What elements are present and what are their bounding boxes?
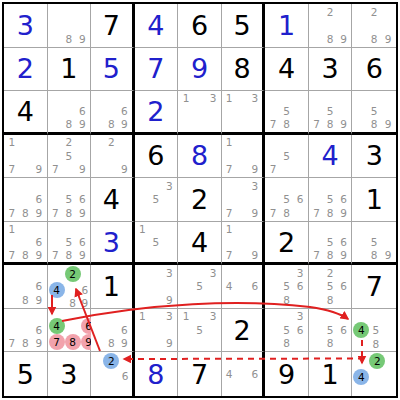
candidate-grid: 379 xyxy=(223,179,262,220)
candidate-3: 3 xyxy=(163,266,177,280)
candidate-7-pink-circle: 7 xyxy=(49,334,65,350)
cell-r8c1[interactable]: 6789 xyxy=(4,309,48,353)
cell-r8c9[interactable]: 458 xyxy=(352,309,396,353)
candidate-6: 6 xyxy=(337,280,351,294)
cell-r9c3[interactable]: 26 xyxy=(91,352,135,396)
candidate-4: 4 xyxy=(223,367,236,381)
candidate-8: 8 xyxy=(323,206,337,220)
candidate-grid: 289 xyxy=(353,5,395,46)
candidate-8: 8 xyxy=(323,118,337,131)
candidate-7: 7 xyxy=(223,206,236,220)
cell-r8c5[interactable]: 135 xyxy=(178,309,222,353)
given-digit: 2 xyxy=(191,186,208,213)
solved-digit: 1 xyxy=(278,12,295,39)
cell-r7c2[interactable]: 24689 xyxy=(48,265,92,309)
cell-r5c9[interactable]: 1 xyxy=(352,178,396,222)
cell-r4c6[interactable]: 179 xyxy=(222,135,266,179)
candidate-grid: 179 xyxy=(223,136,262,177)
given-digit: 2 xyxy=(278,229,295,256)
cell-r9c2[interactable]: 3 xyxy=(48,352,92,396)
candidate-9: 9 xyxy=(76,32,90,46)
given-digit: 7 xyxy=(103,12,120,39)
candidate-7: 7 xyxy=(266,118,280,131)
cell-r3c6[interactable]: 13 xyxy=(222,91,266,135)
candidate-5: 5 xyxy=(323,193,337,207)
candidate-grid: 589 xyxy=(353,223,395,262)
cell-r1c7[interactable]: 1 xyxy=(265,4,309,48)
candidate-6: 6 xyxy=(337,193,351,207)
candidate-5: 5 xyxy=(369,322,382,338)
given-digit: 9 xyxy=(278,361,295,388)
cell-r3c7[interactable]: 578 xyxy=(265,91,309,135)
cell-r7c5[interactable]: 35 xyxy=(178,265,222,309)
candidate-grid: 458 xyxy=(353,310,395,351)
cell-r2c5[interactable]: 9 xyxy=(178,48,222,92)
candidate-9: 9 xyxy=(118,163,131,177)
cell-r6c3[interactable]: 3 xyxy=(91,222,135,266)
candidate-3: 3 xyxy=(163,179,177,193)
candidate-3: 3 xyxy=(163,310,177,324)
candidate-6: 6 xyxy=(248,367,261,381)
candidate-grid: 5789 xyxy=(310,92,351,131)
candidate-1: 1 xyxy=(5,136,19,150)
candidate-6: 6 xyxy=(76,236,90,249)
cell-r5c1[interactable]: 6789 xyxy=(4,178,48,222)
given-digit: 3 xyxy=(366,142,383,169)
cell-r4c9[interactable]: 3 xyxy=(352,135,396,179)
candidate-6: 6 xyxy=(293,193,307,207)
candidate-8: 8 xyxy=(280,206,294,220)
candidate-5: 5 xyxy=(280,105,294,118)
candidate-6: 6 xyxy=(293,323,307,337)
candidate-grid: 689 xyxy=(5,266,46,307)
candidate-9: 9 xyxy=(337,32,351,46)
solved-digit: 9 xyxy=(191,55,208,82)
candidate-grid: 589 xyxy=(353,92,395,131)
cell-r5c7[interactable]: 5678 xyxy=(265,178,309,222)
given-digit: 1 xyxy=(60,55,77,82)
candidate-8-pink-circle: 8 xyxy=(65,334,81,350)
candidate-grid: 16789 xyxy=(5,223,46,262)
candidate-3: 3 xyxy=(293,266,307,280)
candidate-8: 8 xyxy=(323,32,337,46)
candidate-grid: 135 xyxy=(179,310,220,351)
candidate-7: 7 xyxy=(49,206,63,220)
cell-r7c7[interactable]: 3568 xyxy=(265,265,309,309)
candidate-6: 6 xyxy=(248,280,261,294)
cell-r8c8[interactable]: 568 xyxy=(309,309,353,353)
candidate-1: 1 xyxy=(223,136,236,150)
candidate-3: 3 xyxy=(206,92,220,105)
cell-r2c7[interactable]: 4 xyxy=(265,48,309,92)
candidate-grid: 179 xyxy=(5,136,46,177)
cell-r3c9[interactable]: 589 xyxy=(352,91,396,135)
cell-r5c8[interactable]: 56789 xyxy=(309,178,353,222)
candidate-grid: 689 xyxy=(92,92,131,131)
candidate-9: 9 xyxy=(76,163,90,177)
cell-r3c5[interactable]: 13 xyxy=(178,91,222,135)
candidate-8: 8 xyxy=(367,118,381,131)
candidate-8: 8 xyxy=(105,118,118,131)
solved-digit: 3 xyxy=(17,12,34,39)
candidate-5: 5 xyxy=(323,105,337,118)
cell-r7c9[interactable]: 7 xyxy=(352,265,396,309)
candidate-grid: 39 xyxy=(136,266,177,307)
candidate-grid: 24 xyxy=(353,353,395,395)
candidate-7: 7 xyxy=(5,206,19,220)
candidate-grid: 56789 xyxy=(310,179,351,220)
cell-r5c2[interactable]: 56789 xyxy=(48,178,92,222)
cell-r8c2[interactable]: 46789 xyxy=(48,309,92,353)
given-digit: 2 xyxy=(233,317,250,344)
solved-digit: 5 xyxy=(103,55,120,82)
candidate-1: 1 xyxy=(223,223,236,236)
cell-r1c9[interactable]: 289 xyxy=(352,4,396,48)
cell-r4c4[interactable]: 6 xyxy=(135,135,179,179)
cell-r6c8[interactable]: 56789 xyxy=(309,222,353,266)
candidate-2: 2 xyxy=(323,266,337,280)
cell-r5c6[interactable]: 379 xyxy=(222,178,266,222)
candidate-9: 9 xyxy=(76,118,90,131)
candidate-grid: 689 xyxy=(49,92,90,131)
candidate-3: 3 xyxy=(248,179,261,193)
candidate-1: 1 xyxy=(136,223,150,236)
candidate-5: 5 xyxy=(193,280,207,294)
candidate-9: 9 xyxy=(32,206,46,220)
candidate-7: 7 xyxy=(310,118,324,131)
candidate-9: 9 xyxy=(76,248,90,261)
cell-r8c7[interactable]: 3568 xyxy=(265,309,309,353)
candidate-8: 8 xyxy=(369,338,382,350)
given-digit: 5 xyxy=(233,12,250,39)
candidate-8: 8 xyxy=(62,118,76,131)
cell-r6c4[interactable]: 15 xyxy=(135,222,179,266)
sudoku-board: 3897465128928921579843646896892131357857… xyxy=(2,2,398,398)
candidate-8: 8 xyxy=(62,248,76,261)
cell-r3c2[interactable]: 689 xyxy=(48,91,92,135)
cell-r5c4[interactable]: 35 xyxy=(135,178,179,222)
candidate-6: 6 xyxy=(337,323,351,337)
candidate-8: 8 xyxy=(323,337,337,351)
candidate-8: 8 xyxy=(62,32,76,46)
candidate-6: 6 xyxy=(32,280,46,294)
cell-r4c8[interactable]: 4 xyxy=(309,135,353,179)
candidate-grid: 26 xyxy=(92,353,131,395)
cell-r7c4[interactable]: 39 xyxy=(135,265,179,309)
cell-r6c6[interactable]: 179 xyxy=(222,222,266,266)
solved-digit: 8 xyxy=(147,361,164,388)
candidate-7: 7 xyxy=(266,206,280,220)
given-digit: 1 xyxy=(103,273,120,300)
given-digit: 6 xyxy=(366,55,383,82)
cell-r2c2[interactable]: 1 xyxy=(48,48,92,92)
solved-digit: 2 xyxy=(17,55,34,82)
candidate-1: 1 xyxy=(223,92,236,105)
candidate-2: 2 xyxy=(323,5,337,19)
candidate-7: 7 xyxy=(266,163,280,177)
candidate-grid: 578 xyxy=(266,92,307,131)
candidate-5: 5 xyxy=(149,236,163,249)
candidate-6: 6 xyxy=(32,236,46,249)
cell-r4c5[interactable]: 8 xyxy=(178,135,222,179)
cell-r7c6[interactable]: 46 xyxy=(222,265,266,309)
candidate-4: 4 xyxy=(223,280,236,294)
candidate-8: 8 xyxy=(65,298,81,309)
candidate-7: 7 xyxy=(5,337,19,351)
candidate-grid: 3568 xyxy=(266,266,307,307)
candidate-5: 5 xyxy=(280,193,294,207)
candidate-5: 5 xyxy=(280,280,294,294)
candidate-9: 9 xyxy=(118,118,131,131)
candidate-3: 3 xyxy=(293,310,307,324)
candidate-6: 6 xyxy=(118,105,131,118)
candidate-8: 8 xyxy=(280,118,294,131)
candidate-9: 9 xyxy=(163,337,177,351)
given-digit: 7 xyxy=(366,273,383,300)
solved-digit: 4 xyxy=(147,12,164,39)
cell-r9c6[interactable]: 46 xyxy=(222,352,266,396)
candidate-9: 9 xyxy=(381,32,395,46)
cell-r8c4[interactable]: 139 xyxy=(135,309,179,353)
candidate-5: 5 xyxy=(280,149,294,163)
candidate-grid: 46 xyxy=(223,353,262,395)
cell-r6c9[interactable]: 589 xyxy=(352,222,396,266)
given-digit: 8 xyxy=(233,55,250,82)
candidate-1: 1 xyxy=(5,223,19,236)
candidate-2-green-circle: 2 xyxy=(369,353,385,369)
candidate-grid: 29 xyxy=(92,136,131,177)
candidate-grid: 3568 xyxy=(266,310,307,351)
candidate-grid: 6789 xyxy=(5,310,46,351)
cell-r3c8[interactable]: 5789 xyxy=(309,91,353,135)
candidate-6: 6 xyxy=(76,193,90,207)
candidate-9: 9 xyxy=(248,248,261,261)
candidate-5: 5 xyxy=(367,236,381,249)
candidate-6: 6 xyxy=(337,236,351,249)
candidate-1: 1 xyxy=(179,310,193,324)
candidate-7: 7 xyxy=(223,248,236,261)
cell-r9c7[interactable]: 9 xyxy=(265,352,309,396)
candidate-grid: 24689 xyxy=(49,266,90,307)
candidate-9: 9 xyxy=(32,248,46,261)
candidate-grid: 289 xyxy=(310,5,351,46)
candidate-7: 7 xyxy=(49,248,63,261)
candidate-grid: 2568 xyxy=(310,266,351,307)
cell-r2c8[interactable]: 3 xyxy=(309,48,353,92)
candidate-6: 6 xyxy=(32,193,46,207)
candidate-grid: 13 xyxy=(179,92,220,131)
candidate-2: 2 xyxy=(105,136,118,150)
candidate-grid: 15 xyxy=(136,223,177,262)
cell-r3c4[interactable]: 2 xyxy=(135,91,179,135)
given-digit: 3 xyxy=(60,361,77,388)
candidate-7: 7 xyxy=(310,248,324,261)
candidate-grid: 179 xyxy=(223,223,262,262)
candidate-8: 8 xyxy=(19,206,33,220)
candidate-5: 5 xyxy=(62,236,76,249)
candidate-6: 6 xyxy=(76,105,90,118)
cell-r8c6[interactable]: 2 xyxy=(222,309,266,353)
cell-r5c5[interactable]: 2 xyxy=(178,178,222,222)
candidate-6: 6 xyxy=(32,323,46,337)
cell-r9c5[interactable]: 7 xyxy=(178,352,222,396)
candidate-grid: 57 xyxy=(266,136,307,177)
candidate-grid: 689 xyxy=(92,310,131,351)
candidate-5: 5 xyxy=(149,193,163,207)
candidate-9: 9 xyxy=(32,163,46,177)
solved-digit: 4 xyxy=(322,142,339,169)
candidate-9: 9 xyxy=(32,293,46,307)
candidate-2: 2 xyxy=(367,5,381,19)
candidate-2: 2 xyxy=(62,136,76,150)
candidate-8: 8 xyxy=(280,293,294,307)
candidate-9: 9 xyxy=(76,206,90,220)
given-digit: 7 xyxy=(191,361,208,388)
candidate-1: 1 xyxy=(179,92,193,105)
candidate-grid: 56789 xyxy=(310,223,351,262)
given-digit: 4 xyxy=(278,55,295,82)
cell-r6c5[interactable]: 4 xyxy=(178,222,222,266)
candidate-6: 6 xyxy=(119,369,130,382)
cell-r1c3[interactable]: 7 xyxy=(91,4,135,48)
cell-r7c8[interactable]: 2568 xyxy=(309,265,353,309)
given-digit: 4 xyxy=(191,229,208,256)
candidate-4-green-circle: 4 xyxy=(49,318,65,334)
candidate-5: 5 xyxy=(323,280,337,294)
cell-r9c8[interactable]: 1 xyxy=(309,352,353,396)
solved-digit: 8 xyxy=(191,142,208,169)
given-digit: 3 xyxy=(322,55,339,82)
given-digit: 4 xyxy=(103,186,120,213)
candidate-4-blue-circle: 4 xyxy=(353,369,369,385)
candidate-9: 9 xyxy=(32,337,46,351)
cell-r2c9[interactable]: 6 xyxy=(352,48,396,92)
solved-digit: 2 xyxy=(147,98,164,125)
given-digit: 6 xyxy=(147,142,164,169)
solved-digit: 3 xyxy=(103,229,120,256)
cell-r6c7[interactable]: 2 xyxy=(265,222,309,266)
cell-r4c7[interactable]: 57 xyxy=(265,135,309,179)
candidate-9: 9 xyxy=(163,293,177,307)
given-digit: 4 xyxy=(17,98,34,125)
candidate-grid: 46789 xyxy=(49,310,90,351)
candidate-7: 7 xyxy=(310,206,324,220)
candidate-grid: 5678 xyxy=(266,179,307,220)
candidate-2-green-circle: 2 xyxy=(65,266,81,282)
cell-r1c1[interactable]: 3 xyxy=(4,4,48,48)
candidate-6: 6 xyxy=(293,280,307,294)
cell-r9c4[interactable]: 8 xyxy=(135,352,179,396)
cell-r8c3[interactable]: 689 xyxy=(91,309,135,353)
candidate-5: 5 xyxy=(62,193,76,207)
candidate-grid: 56789 xyxy=(49,179,90,220)
candidate-8: 8 xyxy=(367,248,381,261)
candidate-9: 9 xyxy=(118,337,131,351)
cell-r4c2[interactable]: 2579 xyxy=(48,135,92,179)
candidate-3: 3 xyxy=(248,92,261,105)
candidate-5: 5 xyxy=(193,323,207,337)
cell-r2c3[interactable]: 5 xyxy=(91,48,135,92)
cell-r5c3[interactable]: 4 xyxy=(91,178,135,222)
candidate-5: 5 xyxy=(62,149,76,163)
cell-r4c1[interactable]: 179 xyxy=(4,135,48,179)
candidate-8: 8 xyxy=(323,293,337,307)
given-digit: 5 xyxy=(17,361,34,388)
candidate-grid: 2579 xyxy=(49,136,90,177)
candidate-5: 5 xyxy=(367,105,381,118)
cell-r2c6[interactable]: 8 xyxy=(222,48,266,92)
candidate-grid: 89 xyxy=(49,5,90,46)
cell-r1c6[interactable]: 5 xyxy=(222,4,266,48)
candidate-9: 9 xyxy=(381,248,395,261)
candidate-grid: 568 xyxy=(310,310,351,351)
given-digit: 1 xyxy=(322,361,339,388)
cell-r4c3[interactable]: 29 xyxy=(91,135,135,179)
candidate-9: 9 xyxy=(381,118,395,131)
candidate-8: 8 xyxy=(280,337,294,351)
cell-r1c5[interactable]: 6 xyxy=(178,4,222,48)
given-digit: 6 xyxy=(191,12,208,39)
candidate-7: 7 xyxy=(49,163,63,177)
cell-r7c3[interactable]: 1 xyxy=(91,265,135,309)
cell-r1c8[interactable]: 289 xyxy=(309,4,353,48)
candidate-9: 9 xyxy=(337,248,351,261)
cell-r9c9[interactable]: 24 xyxy=(352,352,396,396)
candidate-grid: 13 xyxy=(223,92,262,131)
candidate-grid: 46 xyxy=(223,266,262,307)
candidate-7: 7 xyxy=(5,248,19,261)
cell-r7c1[interactable]: 689 xyxy=(4,265,48,309)
candidate-8: 8 xyxy=(367,32,381,46)
candidate-7: 7 xyxy=(5,163,19,177)
candidate-grid: 35 xyxy=(136,179,177,220)
candidate-8: 8 xyxy=(62,206,76,220)
cell-r3c1[interactable]: 4 xyxy=(4,91,48,135)
cell-r1c2[interactable]: 89 xyxy=(48,4,92,48)
candidate-9: 9 xyxy=(337,206,351,220)
candidate-4-blue-circle: 4 xyxy=(49,282,65,298)
cell-r1c4[interactable]: 4 xyxy=(135,4,179,48)
candidate-8: 8 xyxy=(323,248,337,261)
candidate-8: 8 xyxy=(19,337,33,351)
candidate-5: 5 xyxy=(323,323,337,337)
candidate-4-green-circle: 4 xyxy=(353,322,369,338)
cell-r9c1[interactable]: 5 xyxy=(4,352,48,396)
given-digit: 1 xyxy=(366,186,383,213)
candidate-5: 5 xyxy=(280,323,294,337)
candidate-grid: 56789 xyxy=(49,223,90,262)
cell-r2c1[interactable]: 2 xyxy=(4,48,48,92)
candidate-6: 6 xyxy=(118,323,131,337)
cell-r2c4[interactable]: 7 xyxy=(135,48,179,92)
candidate-grid: 6789 xyxy=(5,179,46,220)
candidate-7: 7 xyxy=(223,163,236,177)
cell-r6c2[interactable]: 56789 xyxy=(48,222,92,266)
candidate-8: 8 xyxy=(19,293,33,307)
candidate-8: 8 xyxy=(19,248,33,261)
candidate-1: 1 xyxy=(136,310,150,324)
candidate-3: 3 xyxy=(206,266,220,280)
candidate-9: 9 xyxy=(248,163,261,177)
solved-digit: 7 xyxy=(147,55,164,82)
candidate-9: 9 xyxy=(81,298,90,309)
cell-r3c3[interactable]: 689 xyxy=(91,91,135,135)
cell-r6c1[interactable]: 16789 xyxy=(4,222,48,266)
candidate-8: 8 xyxy=(105,337,118,351)
candidate-2-blue-circle: 2 xyxy=(103,353,119,369)
candidate-grid: 35 xyxy=(179,266,220,307)
candidate-9: 9 xyxy=(337,118,351,131)
